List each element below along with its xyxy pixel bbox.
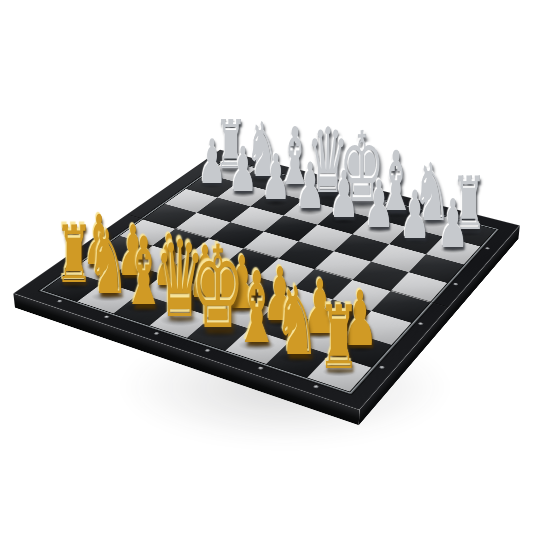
square-h6 bbox=[409, 254, 464, 283]
square-h1 bbox=[307, 354, 371, 391]
screw-dot bbox=[485, 247, 490, 250]
screw-dot bbox=[153, 332, 159, 335]
square-h2 bbox=[330, 332, 392, 367]
screw-dot bbox=[104, 315, 110, 318]
square-h4 bbox=[371, 291, 430, 323]
square-d2 bbox=[175, 285, 235, 316]
square-e1 bbox=[187, 316, 250, 350]
product-photo-scene: ♜♞♝♛♚♝♞♜♟♟♟♟♟♟♟♟♟♟♟♟♟♟♟♟♜♞♝♛♚♝♞♜ bbox=[0, 0, 533, 533]
square-e4 bbox=[257, 259, 314, 288]
square-c3 bbox=[163, 256, 221, 285]
screw-dot bbox=[313, 385, 319, 389]
square-b2 bbox=[104, 264, 163, 294]
screw-dot bbox=[204, 349, 210, 352]
square-c2 bbox=[139, 274, 199, 305]
screw-dot bbox=[453, 283, 458, 286]
square-h5 bbox=[390, 272, 447, 302]
square-e3 bbox=[235, 277, 294, 308]
square-g4 bbox=[332, 280, 390, 311]
square-b1 bbox=[78, 282, 139, 313]
square-f4 bbox=[294, 269, 352, 299]
screw-dot bbox=[379, 365, 385, 369]
square-e2 bbox=[212, 296, 273, 328]
square-d3 bbox=[199, 266, 258, 296]
screw-dot bbox=[257, 366, 263, 370]
square-a1 bbox=[43, 271, 104, 301]
square-g1 bbox=[266, 341, 330, 377]
screw-dot bbox=[57, 300, 63, 303]
screw-dot bbox=[418, 322, 424, 325]
square-f2 bbox=[250, 308, 311, 341]
square-f1 bbox=[226, 329, 289, 364]
square-c1 bbox=[113, 293, 175, 325]
square-g2 bbox=[289, 320, 351, 354]
square-h3 bbox=[351, 311, 411, 345]
square-g5 bbox=[352, 261, 409, 291]
square-g3 bbox=[311, 299, 371, 332]
square-d1 bbox=[150, 305, 212, 338]
square-f3 bbox=[272, 288, 332, 320]
